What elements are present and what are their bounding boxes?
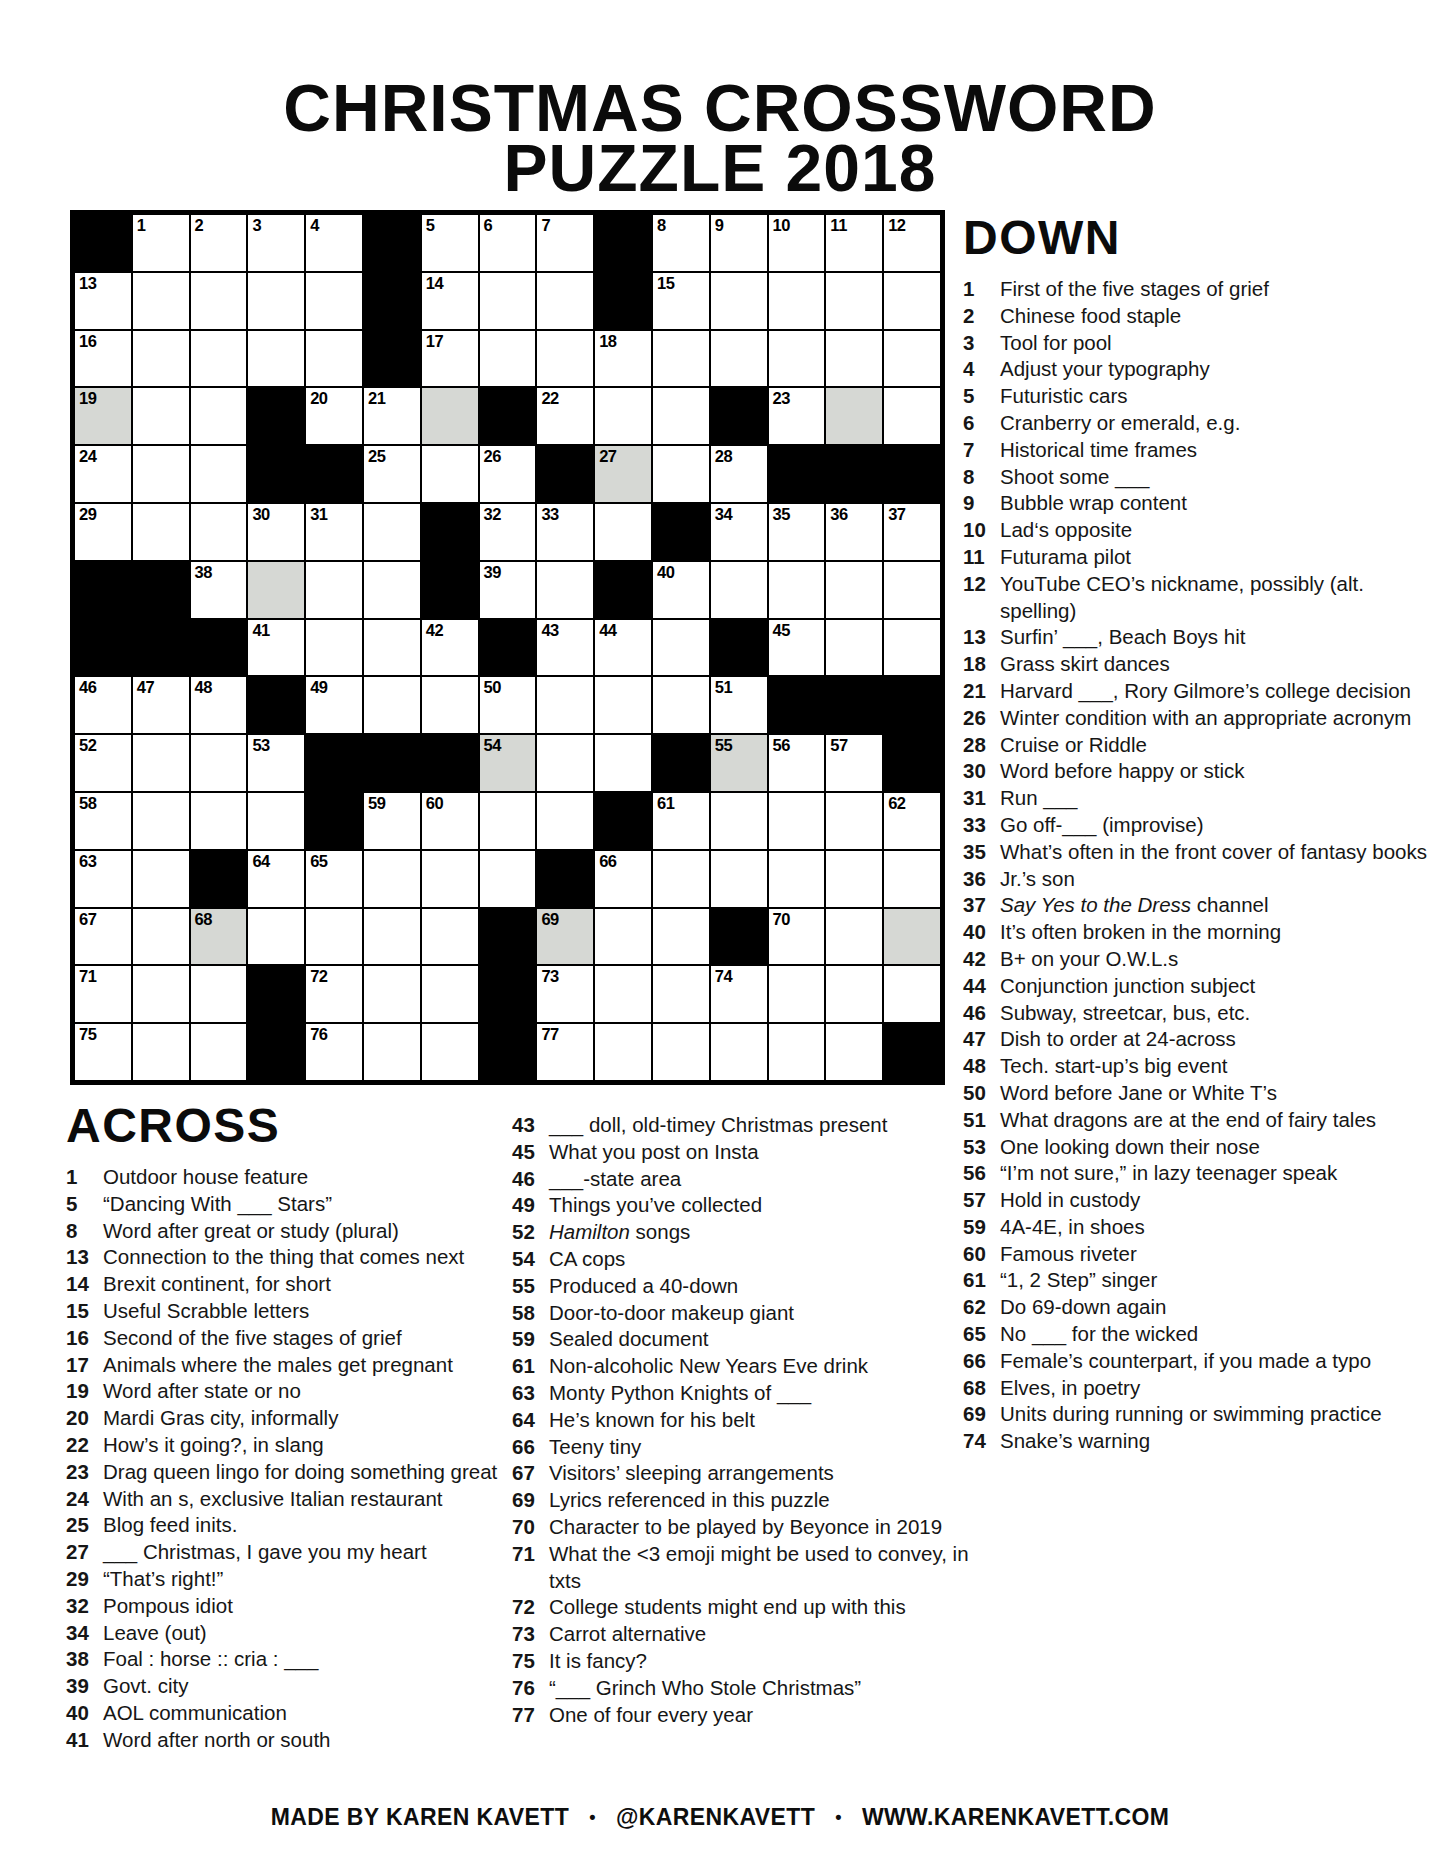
cell-r15c11[interactable]: [652, 1023, 710, 1081]
cell-r3c15[interactable]: [883, 330, 941, 388]
cell-number-18: 18: [599, 332, 616, 351]
cell-r3c10[interactable]: 18: [594, 330, 652, 388]
cell-number-30: 30: [252, 505, 269, 524]
clue-across-5: 5“Dancing With ___ Stars”: [66, 1191, 518, 1218]
cell-r14c1[interactable]: 71: [74, 965, 132, 1023]
cell-r1c7[interactable]: 5: [421, 214, 479, 272]
cell-r1c5[interactable]: 4: [305, 214, 363, 272]
cell-r7c11[interactable]: 40: [652, 561, 710, 619]
cell-r8c10[interactable]: 44: [594, 619, 652, 677]
cell-r12c9-black: [536, 850, 594, 908]
clue-text: Word after north or south: [103, 1727, 518, 1754]
cell-r9c8[interactable]: 50: [479, 676, 537, 734]
cell-r8c6[interactable]: [363, 619, 421, 677]
cell-r7c5[interactable]: [305, 561, 363, 619]
clue-number: 77: [512, 1702, 549, 1729]
clue-number: 27: [66, 1539, 103, 1566]
cell-r3c14[interactable]: [825, 330, 883, 388]
cell-r3c8[interactable]: [479, 330, 537, 388]
clue-text: Futurama pilot: [1000, 544, 1437, 571]
cell-r7c9[interactable]: [536, 561, 594, 619]
cell-r13c14[interactable]: [825, 908, 883, 966]
footer-credit: MADE BY KAREN KAVETT•@KARENKAVETT•WWW.KA…: [0, 1804, 1440, 1831]
cell-r9c6[interactable]: [363, 676, 421, 734]
cell-r1c4[interactable]: 3: [247, 214, 305, 272]
cell-r10c13[interactable]: 56: [768, 734, 826, 792]
clue-text: Chinese food staple: [1000, 303, 1437, 330]
cell-r12c5[interactable]: 65: [305, 850, 363, 908]
cell-r4c11[interactable]: [652, 387, 710, 445]
cell-r9c1[interactable]: 46: [74, 676, 132, 734]
clue-text: Say Yes to the Dress channel: [1000, 892, 1437, 919]
cell-number-38: 38: [195, 563, 212, 582]
cell-r5c6[interactable]: 25: [363, 445, 421, 503]
cell-r15c4-black: [247, 1023, 305, 1081]
cell-r6c4[interactable]: 30: [247, 503, 305, 561]
clue-number: 55: [512, 1273, 549, 1300]
clue-number: 1: [66, 1164, 103, 1191]
cell-r5c8[interactable]: 26: [479, 445, 537, 503]
cell-r10c5-black: [305, 734, 363, 792]
cell-r14c13[interactable]: [768, 965, 826, 1023]
clue-number: 28: [963, 732, 1000, 759]
cell-r15c5[interactable]: 76: [305, 1023, 363, 1081]
cell-r1c11[interactable]: 8: [652, 214, 710, 272]
crossword-grid: 1234567891011121314151617181920212223242…: [70, 210, 945, 1085]
cell-r12c7[interactable]: [421, 850, 479, 908]
cell-r8c7[interactable]: 42: [421, 619, 479, 677]
clue-down-6: 6Cranberry or emerald, e.g.: [963, 410, 1437, 437]
clue-number: 50: [963, 1080, 1000, 1107]
cell-r2c14[interactable]: [825, 272, 883, 330]
cell-r3c11[interactable]: [652, 330, 710, 388]
cell-r3c1[interactable]: 16: [74, 330, 132, 388]
clue-down-46: 46Subway, streetcar, bus, etc.: [963, 1000, 1437, 1027]
clue-number: 73: [512, 1621, 549, 1648]
cell-r14c9[interactable]: 73: [536, 965, 594, 1023]
clue-across-22: 22How’s it going?, in slang: [66, 1432, 518, 1459]
cell-r13c15-shaded[interactable]: [883, 908, 941, 966]
clue-text: Futuristic cars: [1000, 383, 1437, 410]
cell-number-11: 11: [830, 216, 846, 235]
clue-text: YouTube CEO’s nickname, possibly (alt. s…: [1000, 571, 1437, 625]
cell-r8c9[interactable]: 43: [536, 619, 594, 677]
clue-number: 24: [66, 1486, 103, 1513]
clue-across-23: 23Drag queen lingo for doing something g…: [66, 1459, 518, 1486]
cell-r8c2-black: [132, 619, 190, 677]
clue-down-65: 65No ___ for the wicked: [963, 1321, 1437, 1348]
cell-r6c9[interactable]: 33: [536, 503, 594, 561]
clue-text: Brexit continent, for short: [103, 1271, 518, 1298]
cell-r5c7[interactable]: [421, 445, 479, 503]
cell-number-55: 55: [715, 736, 732, 755]
clue-down-57: 57Hold in custody: [963, 1187, 1437, 1214]
cell-r9c10[interactable]: [594, 676, 652, 734]
cell-r6c13[interactable]: 35: [768, 503, 826, 561]
cell-r14c5[interactable]: 72: [305, 965, 363, 1023]
cell-r6c6[interactable]: [363, 503, 421, 561]
cell-r14c15[interactable]: [883, 965, 941, 1023]
cell-r4c13[interactable]: 23: [768, 387, 826, 445]
cell-r13c2[interactable]: [132, 908, 190, 966]
cell-r2c8[interactable]: [479, 272, 537, 330]
clue-number: 43: [512, 1112, 549, 1139]
cell-r11c3[interactable]: [190, 792, 248, 850]
cell-r13c9-shaded[interactable]: 69: [536, 908, 594, 966]
cell-r4c1-shaded[interactable]: 19: [74, 387, 132, 445]
clue-text: Conjunction junction subject: [1000, 973, 1437, 1000]
cell-r14c2[interactable]: [132, 965, 190, 1023]
cell-r13c4[interactable]: [247, 908, 305, 966]
cell-r4c15[interactable]: [883, 387, 941, 445]
cell-r7c8[interactable]: 39: [479, 561, 537, 619]
cell-r2c1[interactable]: 13: [74, 272, 132, 330]
cell-r15c14[interactable]: [825, 1023, 883, 1081]
cell-r7c4-shaded[interactable]: [247, 561, 305, 619]
clue-text: Shoot some ___: [1000, 464, 1437, 491]
cell-r11c1[interactable]: 58: [74, 792, 132, 850]
cell-r10c14[interactable]: 57: [825, 734, 883, 792]
cell-r9c12[interactable]: 51: [710, 676, 768, 734]
cell-r6c15[interactable]: 37: [883, 503, 941, 561]
clue-across-71: 71What the <3 emoji might be used to con…: [512, 1541, 972, 1595]
clue-number: 70: [512, 1514, 549, 1541]
cell-r11c2[interactable]: [132, 792, 190, 850]
cell-number-73: 73: [541, 967, 558, 986]
cell-number-17: 17: [426, 332, 443, 351]
cell-r2c10-black: [594, 272, 652, 330]
clue-number: 6: [963, 410, 1000, 437]
cell-r6c12[interactable]: 34: [710, 503, 768, 561]
cell-r12c11[interactable]: [652, 850, 710, 908]
cell-r14c14[interactable]: [825, 965, 883, 1023]
cell-r2c5[interactable]: [305, 272, 363, 330]
footer-part-3: WWW.KARENKAVETT.COM: [862, 1804, 1169, 1830]
clue-across-25: 25Blog feed inits.: [66, 1512, 518, 1539]
cell-r14c12[interactable]: 74: [710, 965, 768, 1023]
cell-number-4: 4: [310, 216, 319, 235]
clue-text: Winter condition with an appropriate acr…: [1000, 705, 1437, 732]
cell-r2c2[interactable]: [132, 272, 190, 330]
cell-r11c4[interactable]: [247, 792, 305, 850]
cell-number-27: 27: [599, 447, 616, 466]
cell-r8c8-black: [479, 619, 537, 677]
cell-r5c2[interactable]: [132, 445, 190, 503]
clue-across-32: 32Pompous idiot: [66, 1593, 518, 1620]
cell-r14c6[interactable]: [363, 965, 421, 1023]
cell-r3c4[interactable]: [247, 330, 305, 388]
cell-r13c10[interactable]: [594, 908, 652, 966]
cell-r4c7-shaded[interactable]: [421, 387, 479, 445]
clue-text: Surfin’ ___, Beach Boys hit: [1000, 624, 1437, 651]
cell-r13c3-shaded[interactable]: 68: [190, 908, 248, 966]
cell-r13c5[interactable]: [305, 908, 363, 966]
clue-across-59: 59Sealed document: [512, 1326, 972, 1353]
cell-r15c10[interactable]: [594, 1023, 652, 1081]
across-section-col2: 43___ doll, old-timey Christmas present4…: [512, 1112, 972, 1728]
cell-r2c3[interactable]: [190, 272, 248, 330]
clue-number: 40: [66, 1700, 103, 1727]
clue-text: Produced a 40-down: [549, 1273, 972, 1300]
cell-r7c15[interactable]: [883, 561, 941, 619]
cell-r12c2[interactable]: [132, 850, 190, 908]
cell-r14c7[interactable]: [421, 965, 479, 1023]
cell-r13c6[interactable]: [363, 908, 421, 966]
cell-r6c10[interactable]: [594, 503, 652, 561]
clue-text: Hold in custody: [1000, 1187, 1437, 1214]
cell-r4c3[interactable]: [190, 387, 248, 445]
down-section: DOWN 1First of the five stages of grief2…: [963, 214, 1437, 1455]
clue-text: 4A-4E, in shoes: [1000, 1214, 1437, 1241]
cell-r13c7[interactable]: [421, 908, 479, 966]
cell-r8c15[interactable]: [883, 619, 941, 677]
clue-text: ___-state area: [549, 1166, 972, 1193]
clue-text: Tool for pool: [1000, 330, 1437, 357]
cell-r2c4[interactable]: [247, 272, 305, 330]
cell-r3c9[interactable]: [536, 330, 594, 388]
clue-text: “That’s right!”: [103, 1566, 518, 1593]
cell-number-47: 47: [137, 678, 154, 697]
cell-number-58: 58: [79, 794, 96, 813]
cell-r14c10[interactable]: [594, 965, 652, 1023]
cell-r13c8-black: [479, 908, 537, 966]
cell-r10c12-shaded[interactable]: 55: [710, 734, 768, 792]
cell-number-3: 3: [252, 216, 261, 235]
clue-text: AOL communication: [103, 1700, 518, 1727]
clue-across-19: 19Word after state or no: [66, 1378, 518, 1405]
cell-number-2: 2: [195, 216, 204, 235]
cell-r6c2[interactable]: [132, 503, 190, 561]
clue-number: 15: [66, 1298, 103, 1325]
cell-r9c5[interactable]: 49: [305, 676, 363, 734]
cell-r2c7[interactable]: 14: [421, 272, 479, 330]
cell-r4c5[interactable]: 20: [305, 387, 363, 445]
cell-r9c3[interactable]: 48: [190, 676, 248, 734]
cell-r4c6[interactable]: 21: [363, 387, 421, 445]
clue-down-2: 2Chinese food staple: [963, 303, 1437, 330]
cell-r8c11[interactable]: [652, 619, 710, 677]
clue-text: Pompous idiot: [103, 1593, 518, 1620]
cell-r15c9[interactable]: 77: [536, 1023, 594, 1081]
clue-down-61: 61“1, 2 Step” singer: [963, 1267, 1437, 1294]
cell-r1c2[interactable]: 1: [132, 214, 190, 272]
cell-r8c12-black: [710, 619, 768, 677]
cell-r8c5[interactable]: [305, 619, 363, 677]
cell-r10c4[interactable]: 53: [247, 734, 305, 792]
cell-r14c3[interactable]: [190, 965, 248, 1023]
footer-bullet: •: [589, 1807, 596, 1828]
cell-r15c7[interactable]: [421, 1023, 479, 1081]
clue-number: 36: [963, 866, 1000, 893]
clue-number: 12: [963, 571, 1000, 625]
cell-r4c9[interactable]: 22: [536, 387, 594, 445]
footer-part-1: MADE BY KAREN KAVETT: [271, 1804, 570, 1830]
cell-r11c14[interactable]: [825, 792, 883, 850]
clue-text: Units during running or swimming practic…: [1000, 1401, 1437, 1428]
cell-r10c1[interactable]: 52: [74, 734, 132, 792]
cell-r11c15[interactable]: 62: [883, 792, 941, 850]
cell-r5c11[interactable]: [652, 445, 710, 503]
cell-r15c12[interactable]: [710, 1023, 768, 1081]
clue-across-20: 20Mardi Gras city, informally: [66, 1405, 518, 1432]
cell-r9c2[interactable]: 47: [132, 676, 190, 734]
cell-r6c8[interactable]: 32: [479, 503, 537, 561]
cell-r1c12[interactable]: 9: [710, 214, 768, 272]
cell-r12c15[interactable]: [883, 850, 941, 908]
cell-r1c13[interactable]: 10: [768, 214, 826, 272]
cell-r11c6[interactable]: 59: [363, 792, 421, 850]
cell-r15c6[interactable]: [363, 1023, 421, 1081]
cell-r12c8[interactable]: [479, 850, 537, 908]
clue-number: 41: [66, 1727, 103, 1754]
cell-r5c1[interactable]: 24: [74, 445, 132, 503]
cell-number-34: 34: [715, 505, 732, 524]
clue-text: Foal : horse :: cria : ___: [103, 1646, 518, 1673]
clue-down-37: 37Say Yes to the Dress channel: [963, 892, 1437, 919]
cell-r7c6[interactable]: [363, 561, 421, 619]
cell-r9c11[interactable]: [652, 676, 710, 734]
clue-number: 44: [963, 973, 1000, 1000]
cell-number-60: 60: [426, 794, 443, 813]
cell-r4c10[interactable]: [594, 387, 652, 445]
clue-down-4: 4Adjust your typography: [963, 356, 1437, 383]
cell-r9c14-black: [825, 676, 883, 734]
clue-across-46: 46___-state area: [512, 1166, 972, 1193]
clue-text: Lyrics referenced in this puzzle: [549, 1487, 972, 1514]
cell-r1c14[interactable]: 11: [825, 214, 883, 272]
cell-r13c13[interactable]: 70: [768, 908, 826, 966]
cell-number-72: 72: [310, 967, 327, 986]
cell-r12c13[interactable]: [768, 850, 826, 908]
cell-r13c11[interactable]: [652, 908, 710, 966]
cell-r12c6[interactable]: [363, 850, 421, 908]
clue-down-53: 53One looking down their nose: [963, 1134, 1437, 1161]
cell-r10c10[interactable]: [594, 734, 652, 792]
cell-number-22: 22: [541, 389, 558, 408]
cell-r3c5[interactable]: [305, 330, 363, 388]
cell-r15c13[interactable]: [768, 1023, 826, 1081]
cell-r10c3[interactable]: [190, 734, 248, 792]
cell-r11c11[interactable]: 61: [652, 792, 710, 850]
cell-r4c2[interactable]: [132, 387, 190, 445]
cell-r11c12[interactable]: [710, 792, 768, 850]
cell-r11c9[interactable]: [536, 792, 594, 850]
clue-number: 8: [963, 464, 1000, 491]
cell-r12c4[interactable]: 64: [247, 850, 305, 908]
cell-r8c4[interactable]: 41: [247, 619, 305, 677]
cell-r6c5[interactable]: 31: [305, 503, 363, 561]
clue-number: 9: [963, 490, 1000, 517]
clue-text: One looking down their nose: [1000, 1134, 1437, 1161]
cell-r2c15[interactable]: [883, 272, 941, 330]
cell-r7c3[interactable]: 38: [190, 561, 248, 619]
cell-r3c3[interactable]: [190, 330, 248, 388]
cell-r12c1[interactable]: 63: [74, 850, 132, 908]
clue-text: No ___ for the wicked: [1000, 1321, 1437, 1348]
cell-r6c14[interactable]: 36: [825, 503, 883, 561]
cell-r5c3[interactable]: [190, 445, 248, 503]
clue-text: “___ Grinch Who Stole Christmas”: [549, 1675, 972, 1702]
cell-r6c1[interactable]: 29: [74, 503, 132, 561]
clue-across-70: 70Character to be played by Beyonce in 2…: [512, 1514, 972, 1541]
cell-r1c15[interactable]: 12: [883, 214, 941, 272]
cell-number-19: 19: [79, 389, 96, 408]
cell-r7c13[interactable]: [768, 561, 826, 619]
cell-r2c13[interactable]: [768, 272, 826, 330]
clue-down-28: 28Cruise or Riddle: [963, 732, 1437, 759]
cell-r10c15-black: [883, 734, 941, 792]
clue-text: Hamilton songs: [549, 1219, 972, 1246]
cell-number-40: 40: [657, 563, 674, 582]
cell-r3c13[interactable]: [768, 330, 826, 388]
cell-r5c12[interactable]: 28: [710, 445, 768, 503]
cell-r14c4-black: [247, 965, 305, 1023]
cell-r7c10-black: [594, 561, 652, 619]
cell-r10c2[interactable]: [132, 734, 190, 792]
clue-number: 30: [963, 758, 1000, 785]
cell-number-77: 77: [541, 1025, 558, 1044]
clue-down-7: 7Historical time frames: [963, 437, 1437, 464]
cell-r12c12[interactable]: [710, 850, 768, 908]
clue-text: Animals where the males get pregnant: [103, 1352, 518, 1379]
cell-r15c3[interactable]: [190, 1023, 248, 1081]
cell-r3c12[interactable]: [710, 330, 768, 388]
cell-r9c7[interactable]: [421, 676, 479, 734]
cell-r11c7[interactable]: 60: [421, 792, 479, 850]
cell-r6c3[interactable]: [190, 503, 248, 561]
clue-number: 5: [66, 1191, 103, 1218]
cell-r3c2[interactable]: [132, 330, 190, 388]
cell-r1c8[interactable]: 6: [479, 214, 537, 272]
cell-r13c1[interactable]: 67: [74, 908, 132, 966]
cell-r3c7[interactable]: 17: [421, 330, 479, 388]
cell-r13c12-black: [710, 908, 768, 966]
cell-number-66: 66: [599, 852, 616, 871]
cell-r12c10[interactable]: 66: [594, 850, 652, 908]
cell-r2c9[interactable]: [536, 272, 594, 330]
clue-text: Run ___: [1000, 785, 1437, 812]
cell-r11c8[interactable]: [479, 792, 537, 850]
clue-text: Teeny tiny: [549, 1434, 972, 1461]
cell-r15c15-black: [883, 1023, 941, 1081]
cell-r5c10-shaded[interactable]: 27: [594, 445, 652, 503]
cell-r11c13[interactable]: [768, 792, 826, 850]
cell-r7c14[interactable]: [825, 561, 883, 619]
cell-r15c2[interactable]: [132, 1023, 190, 1081]
cell-r10c9[interactable]: [536, 734, 594, 792]
clue-text: Second of the five stages of grief: [103, 1325, 518, 1352]
clue-across-45: 45What you post on Insta: [512, 1139, 972, 1166]
cell-r1c9[interactable]: 7: [536, 214, 594, 272]
clue-text: Go off-___ (improvise): [1000, 812, 1437, 839]
clue-across-66: 66Teeny tiny: [512, 1434, 972, 1461]
cell-r8c13[interactable]: 45: [768, 619, 826, 677]
cell-r8c14[interactable]: [825, 619, 883, 677]
cell-r9c9[interactable]: [536, 676, 594, 734]
cell-r12c14[interactable]: [825, 850, 883, 908]
cell-r7c12[interactable]: [710, 561, 768, 619]
cell-r14c11[interactable]: [652, 965, 710, 1023]
cell-r5c13-black: [768, 445, 826, 503]
cell-r1c3[interactable]: 2: [190, 214, 248, 272]
cell-r10c8-shaded[interactable]: 54: [479, 734, 537, 792]
cell-r2c11[interactable]: 15: [652, 272, 710, 330]
cell-r4c14-shaded[interactable]: [825, 387, 883, 445]
clue-number: 63: [512, 1380, 549, 1407]
cell-r2c12[interactable]: [710, 272, 768, 330]
cell-r15c1[interactable]: 75: [74, 1023, 132, 1081]
cell-number-42: 42: [426, 621, 443, 640]
